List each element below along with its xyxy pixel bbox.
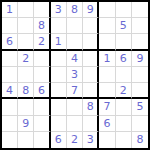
cell-r1c2[interactable] [18,2,34,18]
cell-r7c1[interactable] [2,99,18,115]
given-digit: 9 [22,118,29,129]
given-digit: 5 [136,101,143,112]
cell-r7c9[interactable]: 5 [132,99,148,115]
cell-r6c3[interactable]: 6 [34,83,50,99]
cell-r8c5[interactable] [67,116,83,132]
cell-r7c5[interactable] [67,99,83,115]
cell-r5c1[interactable] [2,67,18,83]
cell-r8c4[interactable] [51,116,67,132]
cell-r3c4[interactable]: 1 [51,34,67,50]
cell-r2c8[interactable]: 5 [116,18,132,34]
given-digit: 6 [120,53,127,64]
cell-r3c5[interactable] [67,34,83,50]
cell-r7c7[interactable]: 7 [99,99,115,115]
cell-r7c4[interactable] [51,99,67,115]
cell-r2c1[interactable] [2,18,18,34]
cell-r8c6[interactable] [83,116,99,132]
cell-r9c3[interactable] [34,132,50,148]
cell-r4c4[interactable] [51,51,67,67]
given-digit: 2 [38,36,45,47]
cell-r4c2[interactable]: 2 [18,51,34,67]
cell-r7c8[interactable] [116,99,132,115]
given-digit: 9 [87,4,94,15]
cell-r5c3[interactable] [34,67,50,83]
given-digit: 2 [120,85,127,96]
cell-r4c7[interactable]: 1 [99,51,115,67]
given-digit: 1 [55,36,62,47]
cell-r4c3[interactable] [34,51,50,67]
cell-r3c7[interactable] [99,34,115,50]
cell-r3c1[interactable]: 6 [2,34,18,50]
cell-r4c9[interactable]: 9 [132,51,148,67]
cell-r9c9[interactable]: 8 [132,132,148,148]
cell-r6c2[interactable]: 8 [18,83,34,99]
cell-r2c4[interactable] [51,18,67,34]
given-digit: 6 [38,85,45,96]
given-digit: 6 [6,36,13,47]
cell-r8c9[interactable] [132,116,148,132]
cell-r5c8[interactable] [116,67,132,83]
cell-r7c3[interactable] [34,99,50,115]
cell-r2c5[interactable] [67,18,83,34]
given-digit: 1 [6,4,13,15]
cell-r9c1[interactable] [2,132,18,148]
given-digit: 3 [55,4,62,15]
cell-r5c6[interactable] [83,67,99,83]
given-digit: 9 [136,53,143,64]
given-digit: 6 [103,118,110,129]
cell-r1c3[interactable] [34,2,50,18]
cell-r3c3[interactable]: 2 [34,34,50,50]
cell-r6c1[interactable]: 4 [2,83,18,99]
cell-r9c6[interactable]: 3 [83,132,99,148]
cell-r3c6[interactable] [83,34,99,50]
cell-r3c8[interactable] [116,34,132,50]
given-digit: 8 [87,101,94,112]
cell-r6c9[interactable] [132,83,148,99]
cell-r5c5[interactable]: 3 [67,67,83,83]
given-digit: 2 [71,134,78,145]
cell-r4c6[interactable] [83,51,99,67]
cell-r2c6[interactable] [83,18,99,34]
cell-r5c2[interactable] [18,67,34,83]
cell-r9c5[interactable]: 2 [67,132,83,148]
cell-r1c6[interactable]: 9 [83,2,99,18]
cell-r4c8[interactable]: 6 [116,51,132,67]
cell-r8c3[interactable] [34,116,50,132]
cell-r2c2[interactable] [18,18,34,34]
cell-r9c7[interactable] [99,132,115,148]
cell-r8c2[interactable]: 9 [18,116,34,132]
given-digit: 7 [71,85,78,96]
given-digit: 8 [71,4,78,15]
cell-r1c5[interactable]: 8 [67,2,83,18]
given-digit: 8 [22,85,29,96]
cell-r6c4[interactable] [51,83,67,99]
cell-r9c4[interactable]: 6 [51,132,67,148]
cell-r2c9[interactable] [132,18,148,34]
given-digit: 4 [71,53,78,64]
cell-r8c8[interactable] [116,116,132,132]
cell-r8c1[interactable] [2,116,18,132]
given-digit: 3 [87,134,94,145]
given-digit: 1 [103,53,110,64]
cell-r8c7[interactable]: 6 [99,116,115,132]
given-digit: 2 [22,53,29,64]
cell-r3c2[interactable] [18,34,34,50]
cell-r6c5[interactable]: 7 [67,83,83,99]
given-digit: 3 [71,69,78,80]
cell-r1c8[interactable] [116,2,132,18]
given-digit: 4 [6,85,13,96]
cell-r6c8[interactable]: 2 [116,83,132,99]
cell-r1c1[interactable]: 1 [2,2,18,18]
given-digit: 7 [103,101,110,112]
cell-r5c7[interactable] [99,67,115,83]
cell-r3c9[interactable] [132,34,148,50]
given-digit: 8 [38,20,45,31]
cell-r9c2[interactable] [18,132,34,148]
cell-r9c8[interactable] [116,132,132,148]
cell-r6c7[interactable] [99,83,115,99]
cell-r1c9[interactable] [132,2,148,18]
given-digit: 5 [120,20,127,31]
cell-r4c1[interactable] [2,51,18,67]
cell-r1c7[interactable] [99,2,115,18]
cell-r2c7[interactable] [99,18,115,34]
cell-r1c4[interactable]: 3 [51,2,67,18]
cell-r5c9[interactable] [132,67,148,83]
cell-r7c2[interactable] [18,99,34,115]
given-digit: 6 [55,134,62,145]
sudoku-board: 13898562124169348672875966238 [0,0,150,150]
cell-r6c6[interactable] [83,83,99,99]
cell-r2c3[interactable]: 8 [34,18,50,34]
cell-r7c6[interactable]: 8 [83,99,99,115]
cell-r5c4[interactable] [51,67,67,83]
cell-r4c5[interactable]: 4 [67,51,83,67]
given-digit: 8 [136,134,143,145]
